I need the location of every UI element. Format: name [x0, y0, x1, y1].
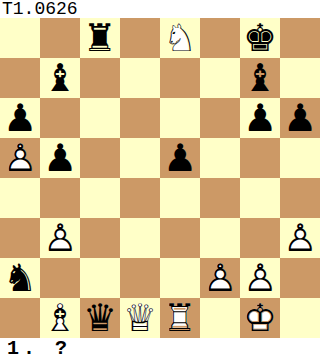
square-g8[interactable]: ♚ — [240, 18, 280, 58]
square-h4[interactable] — [280, 178, 320, 218]
piece-white-fill: ♚ — [240, 298, 280, 338]
piece-black-pawn[interactable]: ♟ — [40, 138, 80, 178]
square-b1[interactable]: ♝♗ — [40, 298, 80, 338]
square-f5[interactable] — [200, 138, 240, 178]
piece-white-fill: ♟ — [240, 258, 280, 298]
piece-glyph: ♙ — [0, 138, 40, 178]
piece-white-king[interactable]: ♚♔ — [240, 298, 280, 338]
piece-black-pawn[interactable]: ♟ — [160, 138, 200, 178]
piece-white-fill: ♝ — [40, 298, 80, 338]
piece-black-pawn[interactable]: ♟ — [240, 98, 280, 138]
piece-white-fill: ♟ — [200, 258, 240, 298]
piece-glyph: ♘ — [160, 18, 200, 58]
square-h1[interactable] — [280, 298, 320, 338]
piece-glyph: ♟ — [160, 138, 200, 178]
piece-black-pawn[interactable]: ♟ — [0, 98, 40, 138]
square-e3[interactable] — [160, 218, 200, 258]
square-g5[interactable] — [240, 138, 280, 178]
square-h8[interactable] — [280, 18, 320, 58]
square-c1[interactable]: ♛ — [80, 298, 120, 338]
square-d8[interactable] — [120, 18, 160, 58]
square-b8[interactable] — [40, 18, 80, 58]
square-c7[interactable] — [80, 58, 120, 98]
piece-glyph: ♕ — [120, 298, 160, 338]
piece-glyph: ♙ — [40, 218, 80, 258]
piece-glyph: ♞ — [0, 258, 40, 298]
square-b5[interactable]: ♟ — [40, 138, 80, 178]
square-d7[interactable] — [120, 58, 160, 98]
square-g7[interactable]: ♝ — [240, 58, 280, 98]
square-d6[interactable] — [120, 98, 160, 138]
square-g4[interactable] — [240, 178, 280, 218]
square-a6[interactable]: ♟ — [0, 98, 40, 138]
square-h6[interactable]: ♟ — [280, 98, 320, 138]
piece-black-bishop[interactable]: ♝ — [240, 58, 280, 98]
square-b7[interactable]: ♝ — [40, 58, 80, 98]
piece-white-fill: ♞ — [160, 18, 200, 58]
square-e4[interactable] — [160, 178, 200, 218]
square-a3[interactable] — [0, 218, 40, 258]
square-a2[interactable]: ♞ — [0, 258, 40, 298]
piece-glyph: ♙ — [240, 258, 280, 298]
square-g3[interactable] — [240, 218, 280, 258]
square-f1[interactable] — [200, 298, 240, 338]
square-e8[interactable]: ♞♘ — [160, 18, 200, 58]
square-d1[interactable]: ♛♕ — [120, 298, 160, 338]
square-e6[interactable] — [160, 98, 200, 138]
square-f8[interactable] — [200, 18, 240, 58]
chess-board: ♜♞♘♚♝♝♟♟♟♟♙♟♟♟♙♟♙♞♟♙♟♙♝♗♛♛♕♜♖♚♔ — [0, 18, 320, 338]
square-d2[interactable] — [120, 258, 160, 298]
piece-white-pawn[interactable]: ♟♙ — [280, 218, 320, 258]
square-f4[interactable] — [200, 178, 240, 218]
square-f3[interactable] — [200, 218, 240, 258]
piece-glyph: ♙ — [200, 258, 240, 298]
piece-glyph: ♛ — [80, 298, 120, 338]
piece-glyph: ♖ — [160, 298, 200, 338]
square-h7[interactable] — [280, 58, 320, 98]
piece-white-rook[interactable]: ♜♖ — [160, 298, 200, 338]
piece-black-king[interactable]: ♚ — [240, 18, 280, 58]
square-c6[interactable] — [80, 98, 120, 138]
square-f6[interactable] — [200, 98, 240, 138]
square-a1[interactable] — [0, 298, 40, 338]
square-e2[interactable] — [160, 258, 200, 298]
piece-white-bishop[interactable]: ♝♗ — [40, 298, 80, 338]
piece-white-queen[interactable]: ♛♕ — [120, 298, 160, 338]
piece-white-fill: ♟ — [280, 218, 320, 258]
square-d3[interactable] — [120, 218, 160, 258]
piece-white-pawn[interactable]: ♟♙ — [240, 258, 280, 298]
piece-glyph: ♚ — [240, 18, 280, 58]
piece-white-pawn[interactable]: ♟♙ — [200, 258, 240, 298]
square-e7[interactable] — [160, 58, 200, 98]
piece-glyph: ♙ — [280, 218, 320, 258]
square-e5[interactable]: ♟ — [160, 138, 200, 178]
piece-glyph: ♟ — [280, 98, 320, 138]
square-a8[interactable] — [0, 18, 40, 58]
square-c5[interactable] — [80, 138, 120, 178]
square-a7[interactable] — [0, 58, 40, 98]
piece-black-pawn[interactable]: ♟ — [280, 98, 320, 138]
square-c3[interactable] — [80, 218, 120, 258]
piece-glyph: ♗ — [40, 298, 80, 338]
square-f7[interactable] — [200, 58, 240, 98]
square-f2[interactable]: ♟♙ — [200, 258, 240, 298]
square-a4[interactable] — [0, 178, 40, 218]
piece-white-knight[interactable]: ♞♘ — [160, 18, 200, 58]
square-c2[interactable] — [80, 258, 120, 298]
piece-glyph: ♟ — [240, 98, 280, 138]
move-prompt: 1. ? — [7, 338, 71, 360]
square-g1[interactable]: ♚♔ — [240, 298, 280, 338]
square-b4[interactable] — [40, 178, 80, 218]
square-b6[interactable] — [40, 98, 80, 138]
square-b3[interactable]: ♟♙ — [40, 218, 80, 258]
piece-black-queen[interactable]: ♛ — [80, 298, 120, 338]
piece-glyph: ♟ — [40, 138, 80, 178]
piece-glyph: ♝ — [240, 58, 280, 98]
piece-glyph: ♝ — [40, 58, 80, 98]
piece-white-fill: ♟ — [0, 138, 40, 178]
piece-white-fill: ♜ — [160, 298, 200, 338]
piece-white-pawn[interactable]: ♟♙ — [0, 138, 40, 178]
square-a5[interactable]: ♟♙ — [0, 138, 40, 178]
piece-white-pawn[interactable]: ♟♙ — [40, 218, 80, 258]
square-g6[interactable]: ♟ — [240, 98, 280, 138]
square-e1[interactable]: ♜♖ — [160, 298, 200, 338]
square-h5[interactable] — [280, 138, 320, 178]
square-d5[interactable] — [120, 138, 160, 178]
square-g2[interactable]: ♟♙ — [240, 258, 280, 298]
piece-glyph: ♔ — [240, 298, 280, 338]
piece-black-rook[interactable]: ♜ — [80, 18, 120, 58]
piece-black-bishop[interactable]: ♝ — [40, 58, 80, 98]
piece-black-knight[interactable]: ♞ — [0, 258, 40, 298]
piece-glyph: ♜ — [80, 18, 120, 58]
piece-white-fill: ♛ — [120, 298, 160, 338]
square-d4[interactable] — [120, 178, 160, 218]
square-b2[interactable] — [40, 258, 80, 298]
square-h3[interactable]: ♟♙ — [280, 218, 320, 258]
piece-white-fill: ♟ — [40, 218, 80, 258]
square-c4[interactable] — [80, 178, 120, 218]
square-c8[interactable]: ♜ — [80, 18, 120, 58]
piece-glyph: ♟ — [0, 98, 40, 138]
puzzle-id: T1.0626 — [2, 1, 78, 18]
square-h2[interactable] — [280, 258, 320, 298]
